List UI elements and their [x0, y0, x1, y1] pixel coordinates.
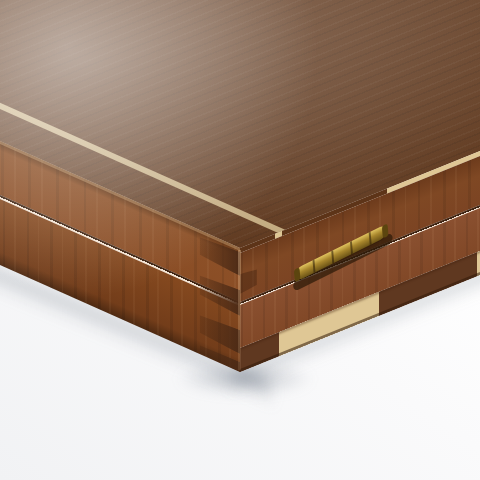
- chess-box-photo: [0, 0, 480, 480]
- corner-edge-highlight: [238, 250, 241, 370]
- hinge-knuckle: [313, 260, 316, 273]
- hinge-knuckle: [331, 250, 334, 263]
- hinge-knuckle: [350, 241, 353, 254]
- dovetail-tail: [200, 272, 240, 316]
- dovetail-tail: [200, 312, 240, 354]
- dovetail-joint: [200, 230, 240, 372]
- hinge-knuckle: [369, 232, 372, 245]
